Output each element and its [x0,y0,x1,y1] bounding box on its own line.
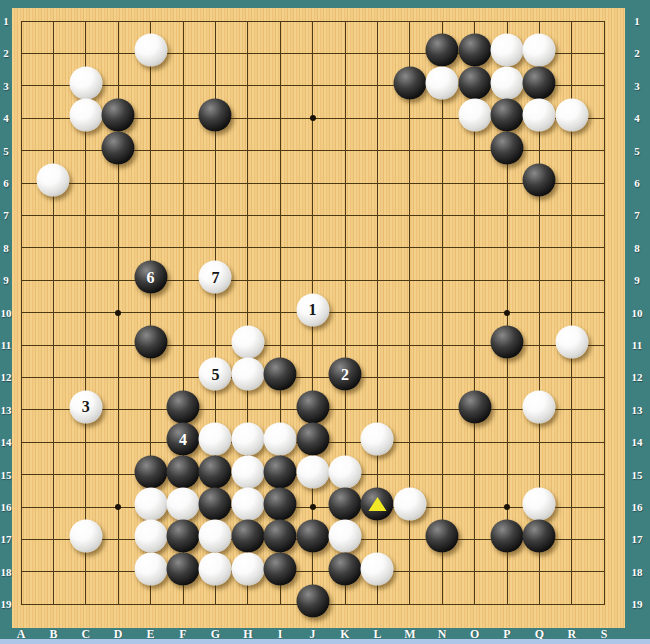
white-stone-G17[interactable] [199,520,232,553]
white-stone-G12[interactable]: 5 [199,358,232,391]
black-stone-I16[interactable] [264,488,297,521]
black-stone-F15[interactable] [167,455,200,488]
white-stone-E17[interactable] [134,520,167,553]
black-stone-Q3[interactable] [523,66,556,99]
grid-line-horizontal [21,183,605,184]
black-stone-J14[interactable] [296,423,329,456]
go-app-window: 6715234 ABCDEFGHIJKLMNOPQRS1122334455667… [0,0,650,644]
black-stone-P4[interactable] [491,99,524,132]
grid-line-vertical [21,21,22,605]
black-stone-Q6[interactable] [523,164,556,197]
white-stone-B6[interactable] [37,164,70,197]
white-stone-Q16[interactable] [523,488,556,521]
black-stone-I18[interactable] [264,552,297,585]
grid-line-horizontal [21,571,605,572]
star-point [115,504,121,510]
move-number-label: 6 [134,261,167,294]
black-stone-G16[interactable] [199,488,232,521]
white-stone-L14[interactable] [361,423,394,456]
black-stone-J13[interactable] [296,390,329,423]
white-stone-Q13[interactable] [523,390,556,423]
move-number-label: 3 [69,390,102,423]
grid-line-horizontal [21,247,605,248]
white-stone-C4[interactable] [69,99,102,132]
black-stone-E15[interactable] [134,455,167,488]
black-stone-I12[interactable] [264,358,297,391]
grid-line-vertical [604,21,605,605]
white-stone-H12[interactable] [231,358,264,391]
white-stone-C3[interactable] [69,66,102,99]
white-stone-L18[interactable] [361,552,394,585]
white-stone-H14[interactable] [231,423,264,456]
window-edge-strip [0,639,650,644]
white-stone-H18[interactable] [231,552,264,585]
white-stone-R11[interactable] [555,326,588,359]
grid-line-horizontal [21,377,605,378]
black-stone-G15[interactable] [199,455,232,488]
black-stone-E11[interactable] [134,326,167,359]
black-stone-P5[interactable] [491,131,524,164]
white-stone-Q2[interactable] [523,34,556,67]
grid-line-vertical [442,21,443,605]
black-stone-E9[interactable]: 6 [134,261,167,294]
black-stone-K18[interactable] [329,552,362,585]
move-number-label: 5 [199,358,232,391]
move-number-label: 1 [296,293,329,326]
black-stone-F13[interactable] [167,390,200,423]
black-stone-P17[interactable] [491,520,524,553]
white-stone-K17[interactable] [329,520,362,553]
white-stone-K15[interactable] [329,455,362,488]
grid-line-horizontal [21,215,605,216]
move-number-label: 4 [167,423,200,456]
black-stone-O2[interactable] [458,34,491,67]
white-stone-M16[interactable] [393,488,426,521]
white-stone-F16[interactable] [167,488,200,521]
white-stone-H15[interactable] [231,455,264,488]
star-point [310,115,316,121]
black-stone-P11[interactable] [491,326,524,359]
black-stone-K12[interactable]: 2 [329,358,362,391]
black-stone-J19[interactable] [296,585,329,618]
white-stone-C13[interactable]: 3 [69,390,102,423]
black-stone-D4[interactable] [102,99,135,132]
white-stone-C17[interactable] [69,520,102,553]
black-stone-F17[interactable] [167,520,200,553]
star-point [115,310,121,316]
black-stone-N2[interactable] [426,34,459,67]
star-point [504,504,510,510]
black-stone-F14[interactable]: 4 [167,423,200,456]
go-board[interactable]: 6715234 [0,0,650,644]
white-stone-P2[interactable] [491,34,524,67]
white-stone-G9[interactable]: 7 [199,261,232,294]
black-stone-O13[interactable] [458,390,491,423]
white-stone-J15[interactable] [296,455,329,488]
black-stone-Q17[interactable] [523,520,556,553]
white-stone-G18[interactable] [199,552,232,585]
white-stone-R4[interactable] [555,99,588,132]
move-number-label: 7 [199,261,232,294]
white-stone-P3[interactable] [491,66,524,99]
white-stone-O4[interactable] [458,99,491,132]
black-stone-I17[interactable] [264,520,297,553]
white-stone-E18[interactable] [134,552,167,585]
white-stone-E16[interactable] [134,488,167,521]
grid-line-horizontal [21,280,605,281]
white-stone-N3[interactable] [426,66,459,99]
black-stone-L16[interactable] [361,488,394,521]
black-stone-O3[interactable] [458,66,491,99]
star-point [504,310,510,316]
grid-line-horizontal [21,21,605,22]
black-stone-N17[interactable] [426,520,459,553]
move-number-label: 2 [329,358,362,391]
white-stone-J10[interactable]: 1 [296,293,329,326]
black-stone-M3[interactable] [393,66,426,99]
black-stone-F18[interactable] [167,552,200,585]
black-stone-I15[interactable] [264,455,297,488]
white-stone-Q4[interactable] [523,99,556,132]
white-stone-G14[interactable] [199,423,232,456]
white-stone-I14[interactable] [264,423,297,456]
black-stone-K16[interactable] [329,488,362,521]
star-point [310,504,316,510]
white-stone-H16[interactable] [231,488,264,521]
black-stone-H17[interactable] [231,520,264,553]
black-stone-G4[interactable] [199,99,232,132]
white-stone-E2[interactable] [134,34,167,67]
last-move-triangle-marker [368,496,386,510]
white-stone-H11[interactable] [231,326,264,359]
black-stone-J17[interactable] [296,520,329,553]
grid-line-vertical [53,21,54,605]
black-stone-D5[interactable] [102,131,135,164]
